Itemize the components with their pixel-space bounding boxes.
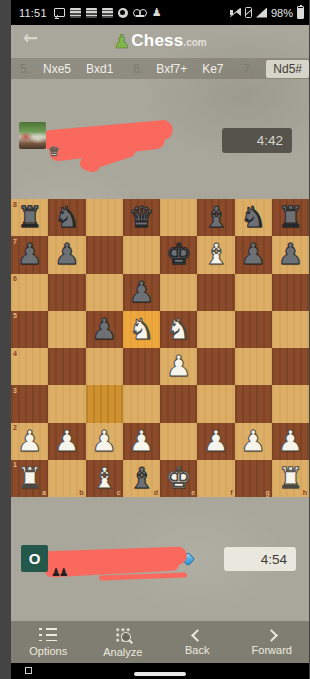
opponent-clock: 4:42: [222, 128, 292, 153]
square-b8[interactable]: ♞: [48, 199, 85, 236]
square-e6[interactable]: [160, 274, 197, 311]
square-f3[interactable]: [197, 385, 234, 422]
rank-label-4: 4: [13, 350, 17, 357]
white-pawn[interactable]: ♟: [240, 427, 266, 456]
move-list-bar: 5. Nxe5 Bxd1 6. Bxf7+ Ke7 7. Nd5#: [11, 58, 309, 79]
forward-move-button[interactable]: Forward: [235, 621, 310, 663]
file-label-f: f: [230, 489, 232, 496]
move-5-black[interactable]: Bxd1: [86, 62, 113, 76]
square-d3[interactable]: [123, 385, 160, 422]
white-knight[interactable]: ♞: [128, 315, 154, 344]
chess-pawn-notification-icon: ♟: [152, 7, 162, 18]
black-pawn[interactable]: ♟: [128, 278, 154, 307]
square-f6[interactable]: [197, 274, 234, 311]
notification-icon-2: [86, 8, 97, 18]
file-label-c: c: [117, 489, 121, 496]
square-c5[interactable]: ♟: [86, 311, 123, 348]
square-c4[interactable]: [86, 348, 123, 385]
square-a4[interactable]: 4: [11, 348, 48, 385]
my-avatar[interactable]: O: [21, 545, 48, 572]
black-bishop[interactable]: ♝: [128, 464, 154, 493]
black-pawn[interactable]: ♟: [277, 240, 303, 269]
square-d4[interactable]: [123, 348, 160, 385]
square-f5[interactable]: [197, 311, 234, 348]
square-b4[interactable]: [48, 348, 85, 385]
white-pawn[interactable]: ♟: [166, 352, 192, 381]
opponent-name-scribble: [39, 118, 184, 174]
rank-label-3: 3: [13, 387, 17, 394]
opponent-captured-pieces: ♛: [48, 145, 60, 158]
square-f8[interactable]: ♝: [197, 199, 234, 236]
white-pawn[interactable]: ♟: [91, 427, 117, 456]
square-h2[interactable]: ♟: [272, 423, 309, 460]
black-pawn[interactable]: ♟: [17, 240, 43, 269]
square-e2[interactable]: [160, 423, 197, 460]
square-g7[interactable]: ♟: [235, 236, 272, 273]
voicemail-icon: [133, 8, 147, 18]
square-c8[interactable]: [86, 199, 123, 236]
chevron-right-icon: [265, 629, 278, 642]
square-a7[interactable]: 7♟: [11, 236, 48, 273]
analyze-button[interactable]: Analyze: [86, 621, 161, 663]
file-label-d: d: [154, 489, 158, 496]
square-d8[interactable]: ♛: [123, 199, 160, 236]
options-button[interactable]: Options: [11, 621, 86, 663]
rank-label-7: 7: [13, 238, 17, 245]
square-d6[interactable]: ♟: [123, 274, 160, 311]
square-e3[interactable]: [160, 385, 197, 422]
square-f4[interactable]: [197, 348, 234, 385]
android-nav-bar: [11, 663, 309, 679]
file-label-e: e: [191, 489, 195, 496]
status-bar: 11:51 ♟ 98%: [11, 0, 309, 25]
square-c7[interactable]: [86, 236, 123, 273]
square-c1[interactable]: c♝: [86, 460, 123, 497]
my-player-row: O ♟♟ 4:54: [11, 545, 309, 590]
rank-label-6: 6: [13, 275, 17, 282]
white-pawn[interactable]: ♟: [128, 427, 154, 456]
move-7-white-current[interactable]: Nd5#: [266, 60, 309, 78]
square-h3[interactable]: [272, 385, 309, 422]
square-b5[interactable]: [48, 311, 85, 348]
move-6-black[interactable]: Ke7: [202, 62, 223, 76]
my-clock: 4:54: [224, 547, 296, 571]
square-b7[interactable]: ♟: [48, 236, 85, 273]
square-h5[interactable]: [272, 311, 309, 348]
chess-app-screen: 11:51 ♟ 98% ← ♟Chess.com 5. Nxe5 Bxd1: [11, 0, 309, 679]
square-e8[interactable]: [160, 199, 197, 236]
move-5-white[interactable]: Nxe5: [43, 62, 71, 76]
logo-pawn-icon: ♟: [113, 30, 130, 52]
move-number: 7.: [243, 62, 253, 76]
white-knight[interactable]: ♞: [166, 315, 192, 344]
square-g5[interactable]: [235, 311, 272, 348]
analyze-magnifier-icon: [115, 627, 131, 642]
opponent-row: ♛ 4:42: [11, 122, 309, 182]
square-c2[interactable]: ♟: [86, 423, 123, 460]
square-e4[interactable]: ♟: [160, 348, 197, 385]
square-c3[interactable]: [86, 385, 123, 422]
square-a1[interactable]: 1a♜: [11, 460, 48, 497]
move-6-white[interactable]: Bxf7+: [156, 62, 187, 76]
square-g3[interactable]: [235, 385, 272, 422]
rank-label-1: 1: [13, 461, 17, 468]
square-h4[interactable]: [272, 348, 309, 385]
chess-board: 8♜♞♛♝♞♜7♟♟♚♝♟♟6♟5♟♞♞4♟32♟♟♟♟♟♟♟1a♜bc♝d♝e…: [11, 199, 309, 497]
header: ← ♟Chess.com: [11, 25, 309, 58]
square-c6[interactable]: [86, 274, 123, 311]
chesscom-logo: ♟Chess.com: [11, 30, 309, 52]
square-g2[interactable]: ♟: [235, 423, 272, 460]
opponent-avatar[interactable]: [19, 122, 46, 149]
chevron-left-icon: [191, 629, 204, 642]
white-bishop[interactable]: ♝: [91, 464, 117, 493]
square-g1[interactable]: g: [235, 460, 272, 497]
white-bishop[interactable]: ♝: [203, 240, 229, 269]
white-rook[interactable]: ♜: [277, 464, 303, 493]
black-rook[interactable]: ♜: [277, 203, 303, 232]
square-g6[interactable]: [235, 274, 272, 311]
square-f2[interactable]: ♟: [197, 423, 234, 460]
black-knight[interactable]: ♞: [54, 203, 80, 232]
file-label-b: b: [79, 489, 83, 496]
white-pawn[interactable]: ♟: [17, 427, 43, 456]
square-a3[interactable]: 3: [11, 385, 48, 422]
circle-app-icon: [118, 8, 128, 18]
black-rook[interactable]: ♜: [17, 203, 43, 232]
chat-icon: [54, 8, 65, 17]
notification-icon-3: [102, 8, 113, 18]
mute-icon: [229, 7, 241, 18]
square-d7[interactable]: [123, 236, 160, 273]
square-b3[interactable]: [48, 385, 85, 422]
square-g8[interactable]: ♞: [235, 199, 272, 236]
battery-percent: 98%: [271, 7, 293, 19]
move-number: 5.: [20, 62, 30, 76]
file-label-a: a: [42, 489, 46, 496]
android-home-pill[interactable]: [134, 672, 186, 676]
square-d1[interactable]: d♝: [123, 460, 160, 497]
square-e7[interactable]: ♚: [160, 236, 197, 273]
battery-icon: [297, 6, 304, 19]
notification-icon-1: [70, 8, 81, 18]
square-d5[interactable]: ♞: [123, 311, 160, 348]
rank-label-2: 2: [13, 424, 17, 431]
black-queen[interactable]: ♛: [128, 203, 154, 232]
back-move-button[interactable]: Back: [160, 621, 235, 663]
square-h8[interactable]: ♜: [272, 199, 309, 236]
rank-label-5: 5: [13, 312, 17, 319]
vibrate-icon: [245, 7, 252, 18]
square-a6[interactable]: 6: [11, 274, 48, 311]
rank-label-8: 8: [13, 201, 17, 208]
file-label-h: h: [303, 489, 307, 496]
black-pawn[interactable]: ♟: [240, 240, 266, 269]
square-f7[interactable]: ♝: [197, 236, 234, 273]
square-g4[interactable]: [235, 348, 272, 385]
square-e5[interactable]: ♞: [160, 311, 197, 348]
white-pawn[interactable]: ♟: [54, 427, 80, 456]
move-number: 6.: [133, 62, 143, 76]
black-pawn[interactable]: ♟: [91, 315, 117, 344]
white-rook[interactable]: ♜: [17, 464, 43, 493]
square-f1[interactable]: f: [197, 460, 234, 497]
status-time: 11:51: [19, 7, 47, 19]
square-a5[interactable]: 5: [11, 311, 48, 348]
bottom-nav-bar: Options Analyze Back Forward: [11, 621, 309, 663]
square-h6[interactable]: [272, 274, 309, 311]
square-e1[interactable]: e♚: [160, 460, 197, 497]
signal-icon: [256, 8, 267, 18]
white-king[interactable]: ♚: [166, 464, 192, 493]
black-pawn[interactable]: ♟: [54, 240, 80, 269]
square-h1[interactable]: h♜: [272, 460, 309, 497]
white-pawn[interactable]: ♟: [277, 427, 303, 456]
square-a8[interactable]: 8♜: [11, 199, 48, 236]
options-list-icon: [39, 628, 57, 641]
black-knight[interactable]: ♞: [240, 203, 266, 232]
square-b1[interactable]: b: [48, 460, 85, 497]
square-a2[interactable]: 2♟: [11, 423, 48, 460]
my-captured-pieces: ♟♟: [51, 567, 67, 578]
android-recent-apps-icon[interactable]: [25, 667, 32, 674]
file-label-g: g: [265, 489, 269, 496]
my-name-scribble: [39, 545, 197, 585]
square-d2[interactable]: ♟: [123, 423, 160, 460]
black-bishop[interactable]: ♝: [203, 203, 229, 232]
square-b2[interactable]: ♟: [48, 423, 85, 460]
square-b6[interactable]: [48, 274, 85, 311]
white-pawn[interactable]: ♟: [203, 427, 229, 456]
black-king[interactable]: ♚: [166, 240, 192, 269]
square-h7[interactable]: ♟: [272, 236, 309, 273]
